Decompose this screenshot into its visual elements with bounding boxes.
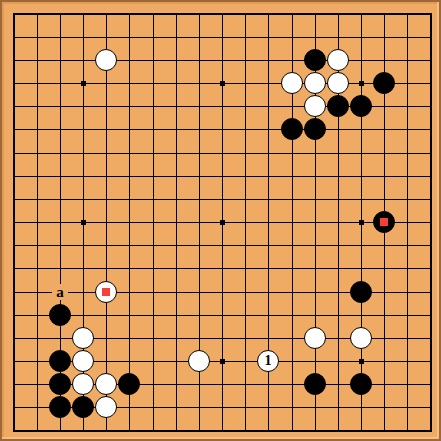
black-stone bbox=[373, 72, 395, 94]
white-stone bbox=[95, 281, 117, 303]
white-stone bbox=[327, 49, 349, 71]
star-point bbox=[359, 220, 364, 225]
grid-line-vertical bbox=[430, 13, 432, 432]
star-point bbox=[220, 220, 225, 225]
black-stone bbox=[49, 373, 71, 395]
point-label-a: a bbox=[52, 284, 68, 300]
black-stone bbox=[327, 95, 349, 117]
white-stone bbox=[72, 327, 94, 349]
white-stone bbox=[350, 327, 372, 349]
white-stone bbox=[304, 72, 326, 94]
black-stone bbox=[118, 373, 140, 395]
grid-line-horizontal bbox=[13, 268, 432, 269]
black-stone bbox=[72, 396, 94, 418]
black-stone bbox=[281, 118, 303, 140]
square-marker-icon bbox=[380, 218, 388, 226]
black-stone bbox=[350, 373, 372, 395]
white-stone bbox=[327, 72, 349, 94]
black-stone bbox=[49, 304, 71, 326]
grid-line-horizontal bbox=[13, 245, 432, 246]
black-stone bbox=[49, 396, 71, 418]
star-point bbox=[81, 220, 86, 225]
white-stone bbox=[95, 49, 117, 71]
white-stone bbox=[281, 72, 303, 94]
star-point bbox=[220, 359, 225, 364]
go-board[interactable]: a1 bbox=[0, 0, 441, 441]
white-stone bbox=[304, 95, 326, 117]
black-stone bbox=[304, 118, 326, 140]
white-stone bbox=[95, 373, 117, 395]
black-stone bbox=[350, 281, 372, 303]
square-marker-icon bbox=[102, 288, 110, 296]
move-number: 1 bbox=[258, 351, 278, 371]
white-stone bbox=[188, 350, 210, 372]
grid-line-vertical bbox=[407, 13, 408, 432]
black-stone bbox=[350, 95, 372, 117]
white-stone: 1 bbox=[257, 350, 279, 372]
black-stone bbox=[373, 211, 395, 233]
white-stone bbox=[304, 327, 326, 349]
star-point bbox=[81, 81, 86, 86]
white-stone bbox=[95, 396, 117, 418]
grid-line-vertical bbox=[245, 13, 246, 432]
star-point bbox=[220, 81, 225, 86]
grid-line-horizontal bbox=[13, 315, 432, 316]
white-stone bbox=[72, 350, 94, 372]
star-point bbox=[359, 81, 364, 86]
grid-line-horizontal bbox=[13, 430, 432, 432]
black-stone bbox=[304, 49, 326, 71]
black-stone bbox=[49, 350, 71, 372]
white-stone bbox=[72, 373, 94, 395]
star-point bbox=[359, 359, 364, 364]
black-stone bbox=[304, 373, 326, 395]
